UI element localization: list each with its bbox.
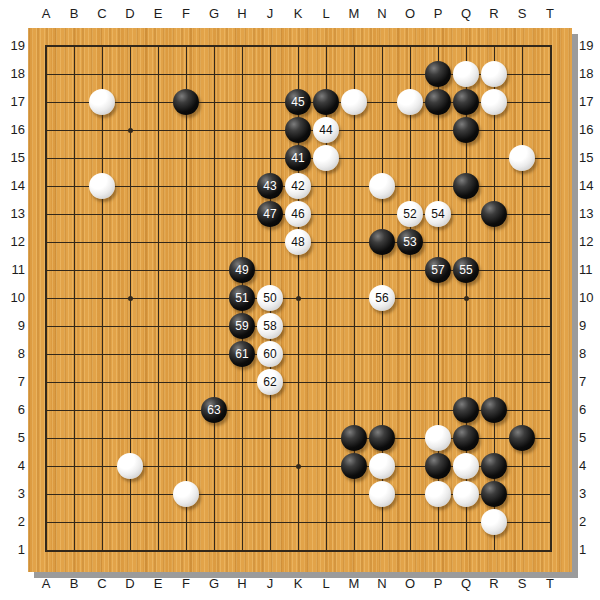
white-stone-P13: 54 [425, 201, 451, 227]
col-label-R: R [484, 6, 504, 22]
row-label-right-5: 5 [579, 430, 600, 446]
col-label-J: J [260, 576, 280, 592]
col-label-R: R [484, 576, 504, 592]
col-label-J: J [260, 6, 280, 22]
row-label-left-4: 4 [1, 458, 25, 474]
white-stone-Q3 [453, 481, 479, 507]
row-label-left-1: 1 [1, 542, 25, 558]
white-stone-M17 [341, 89, 367, 115]
col-label-C: C [92, 576, 112, 592]
black-stone-H8: 61 [229, 341, 255, 367]
black-stone-Q16 [453, 117, 479, 143]
black-stone-L17 [313, 89, 339, 115]
black-stone-M5 [341, 425, 367, 451]
white-stone-C14 [89, 173, 115, 199]
row-label-left-8: 8 [1, 346, 25, 362]
row-label-left-6: 6 [1, 402, 25, 418]
row-label-right-14: 14 [579, 178, 600, 194]
white-stone-L16: 44 [313, 117, 339, 143]
white-stone-N10: 56 [369, 285, 395, 311]
white-stone-P5 [425, 425, 451, 451]
col-label-L: L [316, 576, 336, 592]
col-label-D: D [120, 6, 140, 22]
white-stone-O13: 52 [397, 201, 423, 227]
col-label-O: O [400, 6, 420, 22]
black-stone-O12: 53 [397, 229, 423, 255]
row-label-right-10: 10 [579, 290, 600, 306]
col-label-K: K [288, 576, 308, 592]
row-label-left-15: 15 [1, 150, 25, 166]
row-label-right-9: 9 [579, 318, 600, 334]
black-stone-H10: 51 [229, 285, 255, 311]
col-label-T: T [540, 576, 560, 592]
row-label-right-18: 18 [579, 66, 600, 82]
black-stone-N5 [369, 425, 395, 451]
black-stone-F17 [173, 89, 199, 115]
col-label-B: B [64, 6, 84, 22]
col-label-M: M [344, 576, 364, 592]
white-stone-Q4 [453, 453, 479, 479]
col-label-H: H [232, 576, 252, 592]
col-label-E: E [148, 6, 168, 22]
white-stone-Q18 [453, 61, 479, 87]
white-stone-L15 [313, 145, 339, 171]
col-label-P: P [428, 576, 448, 592]
row-label-left-11: 11 [1, 262, 25, 278]
black-stone-H11: 49 [229, 257, 255, 283]
white-stone-F3 [173, 481, 199, 507]
row-label-left-5: 5 [1, 430, 25, 446]
white-stone-N3 [369, 481, 395, 507]
row-label-right-2: 2 [579, 514, 600, 530]
black-stone-J14: 43 [257, 173, 283, 199]
row-label-left-16: 16 [1, 122, 25, 138]
row-label-right-11: 11 [579, 262, 600, 278]
row-label-right-4: 4 [579, 458, 600, 474]
col-label-G: G [204, 576, 224, 592]
white-stone-R2 [481, 509, 507, 535]
white-stone-J7: 62 [257, 369, 283, 395]
row-label-left-3: 3 [1, 486, 25, 502]
col-label-S: S [512, 576, 532, 592]
row-label-right-16: 16 [579, 122, 600, 138]
black-stone-P17 [425, 89, 451, 115]
row-label-right-17: 17 [579, 94, 600, 110]
col-label-Q: Q [456, 576, 476, 592]
row-label-left-12: 12 [1, 234, 25, 250]
white-stone-N14 [369, 173, 395, 199]
row-label-left-18: 18 [1, 66, 25, 82]
col-label-F: F [176, 576, 196, 592]
col-label-D: D [120, 576, 140, 592]
col-label-A: A [36, 6, 56, 22]
black-stone-K17: 45 [285, 89, 311, 115]
row-label-right-13: 13 [579, 206, 600, 222]
row-label-left-2: 2 [1, 514, 25, 530]
row-label-right-8: 8 [579, 346, 600, 362]
white-stone-K13: 46 [285, 201, 311, 227]
white-stone-N4 [369, 453, 395, 479]
black-stone-P4 [425, 453, 451, 479]
black-stone-K16 [285, 117, 311, 143]
white-stone-D4 [117, 453, 143, 479]
white-stone-P3 [425, 481, 451, 507]
row-label-right-15: 15 [579, 150, 600, 166]
white-stone-J10: 50 [257, 285, 283, 311]
black-stone-J13: 47 [257, 201, 283, 227]
col-label-B: B [64, 576, 84, 592]
row-label-right-6: 6 [579, 402, 600, 418]
go-board: 4544414342474652544853495755515056595861… [28, 28, 572, 572]
row-label-left-10: 10 [1, 290, 25, 306]
black-stone-M4 [341, 453, 367, 479]
col-label-G: G [204, 6, 224, 22]
black-stone-Q14 [453, 173, 479, 199]
black-stone-S5 [509, 425, 535, 451]
black-stone-Q17 [453, 89, 479, 115]
stones-layer: 4544414342474652544853495755515056595861… [32, 32, 564, 564]
white-stone-K14: 42 [285, 173, 311, 199]
col-label-N: N [372, 6, 392, 22]
col-label-C: C [92, 6, 112, 22]
row-label-right-3: 3 [579, 486, 600, 502]
row-label-left-7: 7 [1, 374, 25, 390]
row-label-right-7: 7 [579, 374, 600, 390]
row-label-left-17: 17 [1, 94, 25, 110]
col-label-H: H [232, 6, 252, 22]
col-label-O: O [400, 576, 420, 592]
white-stone-O17 [397, 89, 423, 115]
col-label-A: A [36, 576, 56, 592]
black-stone-R13 [481, 201, 507, 227]
black-stone-Q11: 55 [453, 257, 479, 283]
black-stone-Q5 [453, 425, 479, 451]
col-label-F: F [176, 6, 196, 22]
white-stone-S15 [509, 145, 535, 171]
row-label-left-13: 13 [1, 206, 25, 222]
black-stone-N12 [369, 229, 395, 255]
black-stone-R6 [481, 397, 507, 423]
col-label-Q: Q [456, 6, 476, 22]
col-label-T: T [540, 6, 560, 22]
col-label-K: K [288, 6, 308, 22]
col-label-E: E [148, 576, 168, 592]
col-label-S: S [512, 6, 532, 22]
black-stone-Q6 [453, 397, 479, 423]
black-stone-P18 [425, 61, 451, 87]
white-stone-R18 [481, 61, 507, 87]
black-stone-R4 [481, 453, 507, 479]
col-label-P: P [428, 6, 448, 22]
col-label-N: N [372, 576, 392, 592]
row-label-left-19: 19 [1, 38, 25, 54]
row-label-right-1: 1 [579, 542, 600, 558]
col-label-L: L [316, 6, 336, 22]
col-label-M: M [344, 6, 364, 22]
row-label-right-12: 12 [579, 234, 600, 250]
white-stone-J8: 60 [257, 341, 283, 367]
row-label-right-19: 19 [579, 38, 600, 54]
white-stone-J9: 58 [257, 313, 283, 339]
row-label-left-14: 14 [1, 178, 25, 194]
black-stone-H9: 59 [229, 313, 255, 339]
black-stone-P11: 57 [425, 257, 451, 283]
black-stone-K15: 41 [285, 145, 311, 171]
black-stone-R3 [481, 481, 507, 507]
white-stone-K12: 48 [285, 229, 311, 255]
black-stone-G6: 63 [201, 397, 227, 423]
white-stone-R17 [481, 89, 507, 115]
row-label-left-9: 9 [1, 318, 25, 334]
white-stone-C17 [89, 89, 115, 115]
